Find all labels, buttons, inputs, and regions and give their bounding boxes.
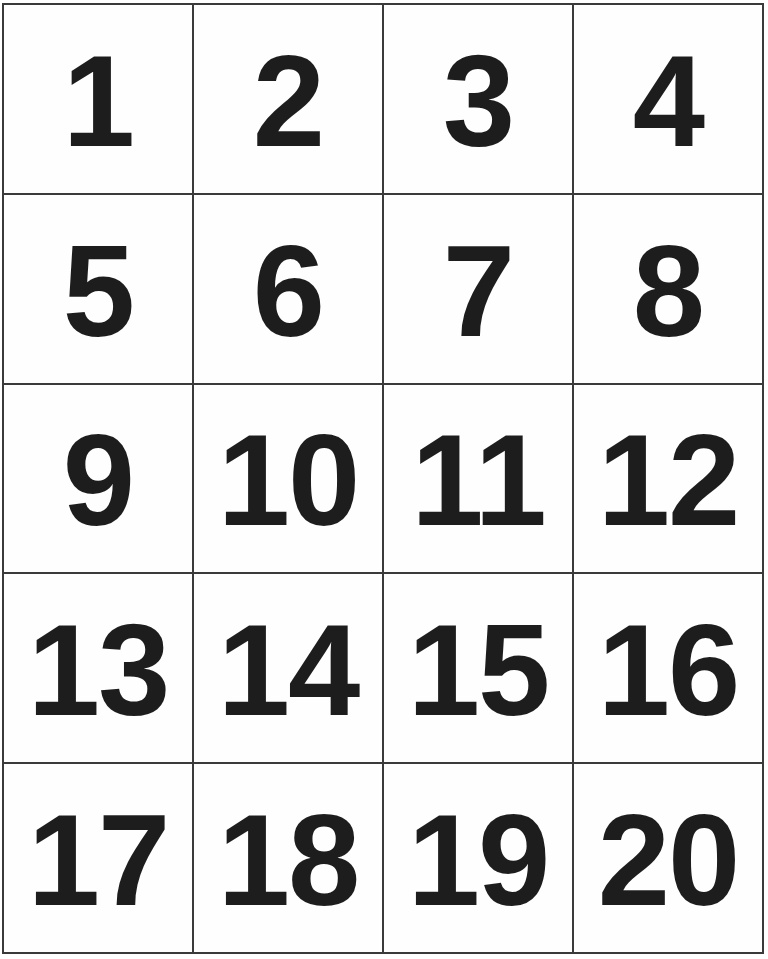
- number-label: 4: [633, 36, 703, 166]
- number-cell-20: 20: [574, 764, 762, 952]
- number-label: 20: [598, 795, 739, 925]
- number-cell-6: 6: [194, 195, 382, 383]
- number-label: 17: [28, 795, 169, 925]
- number-cell-13: 13: [4, 574, 192, 762]
- number-grid: 1234567891011121314151617181920: [2, 3, 764, 954]
- number-label: 8: [633, 226, 703, 356]
- number-label: 9: [63, 415, 133, 545]
- number-label: 1: [63, 36, 133, 166]
- number-cell-3: 3: [384, 5, 572, 193]
- number-cell-10: 10: [194, 385, 382, 573]
- number-label: 12: [598, 415, 739, 545]
- number-cell-7: 7: [384, 195, 572, 383]
- number-label: 14: [218, 605, 359, 735]
- number-label: 6: [253, 226, 323, 356]
- number-cell-11: 11: [384, 385, 572, 573]
- number-cell-16: 16: [574, 574, 762, 762]
- number-chart-page: 1234567891011121314151617181920: [2, 3, 764, 954]
- number-label: 16: [598, 605, 739, 735]
- number-cell-9: 9: [4, 385, 192, 573]
- number-cell-17: 17: [4, 764, 192, 952]
- number-label: 15: [408, 605, 549, 735]
- number-label: 13: [28, 605, 169, 735]
- number-cell-4: 4: [574, 5, 762, 193]
- number-label: 11: [411, 415, 544, 545]
- number-label: 19: [408, 795, 549, 925]
- number-cell-12: 12: [574, 385, 762, 573]
- number-label: 3: [443, 36, 513, 166]
- number-label: 18: [218, 795, 359, 925]
- number-cell-5: 5: [4, 195, 192, 383]
- number-cell-18: 18: [194, 764, 382, 952]
- number-cell-19: 19: [384, 764, 572, 952]
- number-cell-1: 1: [4, 5, 192, 193]
- number-cell-2: 2: [194, 5, 382, 193]
- number-label: 2: [253, 36, 323, 166]
- number-label: 5: [63, 226, 133, 356]
- number-cell-15: 15: [384, 574, 572, 762]
- number-cell-8: 8: [574, 195, 762, 383]
- number-label: 7: [443, 226, 513, 356]
- number-label: 10: [218, 415, 359, 545]
- number-cell-14: 14: [194, 574, 382, 762]
